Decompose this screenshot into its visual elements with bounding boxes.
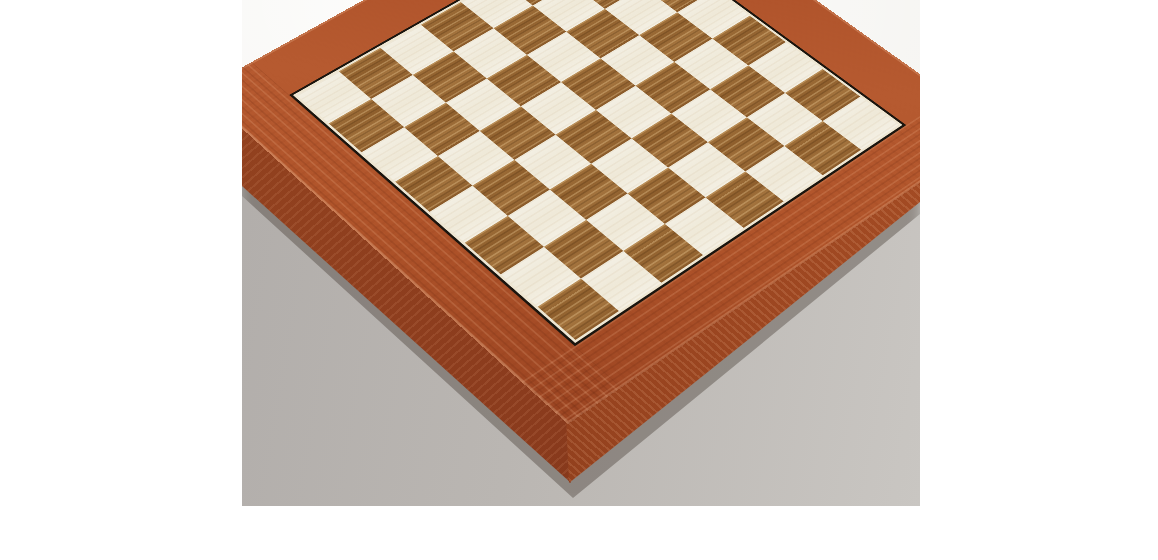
page-canvas	[0, 0, 1158, 560]
chessboard-photo	[242, 0, 920, 506]
